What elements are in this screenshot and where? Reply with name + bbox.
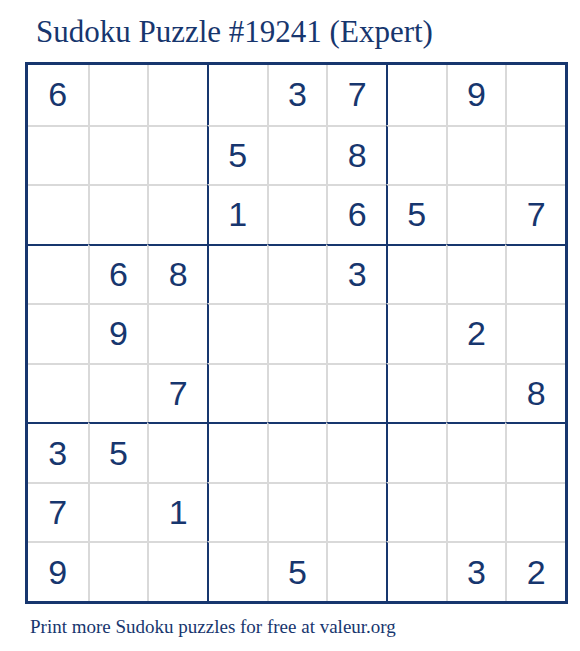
- cell-r5c1: [28, 303, 88, 363]
- cell-r2c5: [267, 125, 327, 185]
- cell-r9c2: [88, 541, 148, 601]
- cell-r1c1: 6: [28, 65, 88, 125]
- cell-r7c4: [207, 422, 267, 482]
- cell-r7c8: [446, 422, 506, 482]
- cell-r8c7: [386, 482, 446, 542]
- cell-r8c1: 7: [28, 482, 88, 542]
- cell-r8c2: [88, 482, 148, 542]
- cell-r4c1: [28, 244, 88, 304]
- cell-r7c3: [147, 422, 207, 482]
- page-title: Sudoku Puzzle #19241 (Expert): [36, 14, 433, 50]
- cell-r2c7: [386, 125, 446, 185]
- cell-r3c3: [147, 184, 207, 244]
- cell-r9c6: [326, 541, 386, 601]
- cell-r8c4: [207, 482, 267, 542]
- footer-text: Print more Sudoku puzzles for free at va…: [30, 616, 396, 638]
- cell-r8c3: 1: [147, 482, 207, 542]
- cell-r4c5: [267, 244, 327, 304]
- cell-r2c1: [28, 125, 88, 185]
- cell-r3c8: [446, 184, 506, 244]
- cell-r1c5: 3: [267, 65, 327, 125]
- cell-r6c2: [88, 363, 148, 423]
- cell-r4c8: [446, 244, 506, 304]
- cell-r7c1: 3: [28, 422, 88, 482]
- cell-r1c3: [147, 65, 207, 125]
- cell-r6c7: [386, 363, 446, 423]
- cell-r4c4: [207, 244, 267, 304]
- cell-r2c4: 5: [207, 125, 267, 185]
- cell-r4c7: [386, 244, 446, 304]
- cell-r7c6: [326, 422, 386, 482]
- cell-r1c8: 9: [446, 65, 506, 125]
- cell-r2c6: 8: [326, 125, 386, 185]
- cell-r8c5: [267, 482, 327, 542]
- cell-r9c1: 9: [28, 541, 88, 601]
- cell-r9c8: 3: [446, 541, 506, 601]
- cell-r4c9: [505, 244, 565, 304]
- cell-r2c2: [88, 125, 148, 185]
- cell-r8c8: [446, 482, 506, 542]
- cell-r9c4: [207, 541, 267, 601]
- cell-r7c5: [267, 422, 327, 482]
- cell-r4c2: 6: [88, 244, 148, 304]
- cell-r4c6: 3: [326, 244, 386, 304]
- cell-r1c6: 7: [326, 65, 386, 125]
- cell-r3c4: 1: [207, 184, 267, 244]
- cell-r8c6: [326, 482, 386, 542]
- sudoku-page: Sudoku Puzzle #19241 (Expert) 6379581657…: [0, 0, 580, 651]
- cell-r6c1: [28, 363, 88, 423]
- cell-r7c7: [386, 422, 446, 482]
- cell-r5c5: [267, 303, 327, 363]
- cell-r5c3: [147, 303, 207, 363]
- cell-r5c4: [207, 303, 267, 363]
- cell-r2c8: [446, 125, 506, 185]
- cell-r6c6: [326, 363, 386, 423]
- cell-r5c8: 2: [446, 303, 506, 363]
- cell-r1c2: [88, 65, 148, 125]
- cell-r3c5: [267, 184, 327, 244]
- cell-r9c7: [386, 541, 446, 601]
- cell-r2c3: [147, 125, 207, 185]
- cell-r5c7: [386, 303, 446, 363]
- cell-r3c7: 5: [386, 184, 446, 244]
- cell-r3c9: 7: [505, 184, 565, 244]
- cell-r3c2: [88, 184, 148, 244]
- cell-r1c4: [207, 65, 267, 125]
- cell-r6c9: 8: [505, 363, 565, 423]
- cell-r4c3: 8: [147, 244, 207, 304]
- cell-r8c9: [505, 482, 565, 542]
- cell-r6c3: 7: [147, 363, 207, 423]
- cell-r2c9: [505, 125, 565, 185]
- cell-r9c5: 5: [267, 541, 327, 601]
- sudoku-board: 6379581657683927835719532: [25, 62, 568, 604]
- cell-r3c6: 6: [326, 184, 386, 244]
- cell-r9c9: 2: [505, 541, 565, 601]
- cell-r1c9: [505, 65, 565, 125]
- cell-r7c2: 5: [88, 422, 148, 482]
- cell-r5c6: [326, 303, 386, 363]
- cell-r6c8: [446, 363, 506, 423]
- cell-r5c2: 9: [88, 303, 148, 363]
- cell-r1c7: [386, 65, 446, 125]
- cell-r3c1: [28, 184, 88, 244]
- cell-r6c5: [267, 363, 327, 423]
- cell-r7c9: [505, 422, 565, 482]
- cell-r9c3: [147, 541, 207, 601]
- cell-r5c9: [505, 303, 565, 363]
- cell-r6c4: [207, 363, 267, 423]
